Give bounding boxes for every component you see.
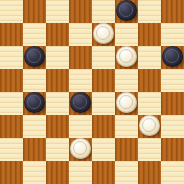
square-a3[interactable] (0, 115, 23, 138)
square-d7[interactable] (69, 23, 92, 46)
square-g1[interactable] (138, 161, 161, 184)
square-b5[interactable] (23, 69, 46, 92)
square-d2[interactable] (69, 138, 92, 161)
square-e6[interactable] (92, 46, 115, 69)
square-f1[interactable] (115, 161, 138, 184)
square-f7[interactable] (115, 23, 138, 46)
square-b2[interactable] (23, 138, 46, 161)
square-h7[interactable] (161, 23, 184, 46)
square-e1[interactable] (92, 161, 115, 184)
square-a5[interactable] (0, 69, 23, 92)
square-c2[interactable] (46, 138, 69, 161)
square-b4[interactable] (23, 92, 46, 115)
square-h4[interactable] (161, 92, 184, 115)
square-e3[interactable] (92, 115, 115, 138)
square-d5[interactable] (69, 69, 92, 92)
square-c3[interactable] (46, 115, 69, 138)
white-man-piece[interactable] (93, 23, 114, 44)
square-f4[interactable] (115, 92, 138, 115)
square-d8[interactable] (69, 0, 92, 23)
square-e5[interactable] (92, 69, 115, 92)
square-f5[interactable] (115, 69, 138, 92)
square-c4[interactable] (46, 92, 69, 115)
square-h1[interactable] (161, 161, 184, 184)
square-d3[interactable] (69, 115, 92, 138)
white-man-piece[interactable] (116, 46, 137, 67)
square-b3[interactable] (23, 115, 46, 138)
square-a7[interactable] (0, 23, 23, 46)
square-h6[interactable] (161, 46, 184, 69)
square-e2[interactable] (92, 138, 115, 161)
square-b1[interactable] (23, 161, 46, 184)
square-e4[interactable] (92, 92, 115, 115)
square-c1[interactable] (46, 161, 69, 184)
white-man-piece[interactable] (116, 92, 137, 113)
square-c8[interactable] (46, 0, 69, 23)
square-a6[interactable] (0, 46, 23, 69)
black-man-piece[interactable] (162, 46, 183, 67)
square-h3[interactable] (161, 115, 184, 138)
black-man-piece[interactable] (24, 46, 45, 67)
square-g7[interactable] (138, 23, 161, 46)
square-f6[interactable] (115, 46, 138, 69)
square-g2[interactable] (138, 138, 161, 161)
black-man-piece[interactable] (70, 92, 91, 113)
white-man-piece[interactable] (139, 115, 160, 136)
square-g8[interactable] (138, 0, 161, 23)
square-e8[interactable] (92, 0, 115, 23)
square-c5[interactable] (46, 69, 69, 92)
checkers-board (0, 0, 184, 184)
square-a2[interactable] (0, 138, 23, 161)
square-g6[interactable] (138, 46, 161, 69)
square-e7[interactable] (92, 23, 115, 46)
square-h5[interactable] (161, 69, 184, 92)
square-a8[interactable] (0, 0, 23, 23)
square-a1[interactable] (0, 161, 23, 184)
square-g3[interactable] (138, 115, 161, 138)
square-a4[interactable] (0, 92, 23, 115)
square-f2[interactable] (115, 138, 138, 161)
square-d1[interactable] (69, 161, 92, 184)
square-h8[interactable] (161, 0, 184, 23)
square-d6[interactable] (69, 46, 92, 69)
square-f8[interactable] (115, 0, 138, 23)
square-b8[interactable] (23, 0, 46, 23)
black-man-piece[interactable] (116, 0, 137, 21)
square-h2[interactable] (161, 138, 184, 161)
black-man-piece[interactable] (24, 92, 45, 113)
square-d4[interactable] (69, 92, 92, 115)
square-g4[interactable] (138, 92, 161, 115)
square-c7[interactable] (46, 23, 69, 46)
square-b6[interactable] (23, 46, 46, 69)
square-c6[interactable] (46, 46, 69, 69)
square-g5[interactable] (138, 69, 161, 92)
white-man-piece[interactable] (70, 138, 91, 159)
square-b7[interactable] (23, 23, 46, 46)
square-f3[interactable] (115, 115, 138, 138)
